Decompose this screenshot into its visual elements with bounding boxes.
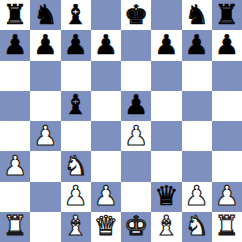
piece-white-pawn[interactable]: ♟ <box>124 122 148 149</box>
square-d2[interactable]: ♟ <box>91 182 121 212</box>
square-e1[interactable]: ♚ <box>121 212 151 242</box>
square-h3[interactable] <box>212 151 242 181</box>
piece-white-pawn[interactable]: ♟ <box>185 182 209 209</box>
piece-black-pawn[interactable]: ♟ <box>64 31 88 58</box>
square-c8[interactable]: ♝ <box>61 0 91 30</box>
square-a1[interactable]: ♜ <box>0 212 30 242</box>
square-b1[interactable] <box>30 212 60 242</box>
square-e4[interactable]: ♟ <box>121 121 151 151</box>
piece-white-bishop[interactable]: ♝ <box>64 212 88 239</box>
piece-white-king[interactable]: ♚ <box>124 212 148 239</box>
square-f1[interactable]: ♝ <box>151 212 181 242</box>
square-a2[interactable] <box>0 182 30 212</box>
square-b2[interactable] <box>30 182 60 212</box>
square-c5[interactable]: ♝ <box>61 91 91 121</box>
piece-black-king[interactable]: ♚ <box>124 1 148 28</box>
piece-white-rook[interactable]: ♜ <box>215 212 239 239</box>
square-a4[interactable] <box>0 121 30 151</box>
square-f4[interactable] <box>151 121 181 151</box>
square-e3[interactable] <box>121 151 151 181</box>
square-e5[interactable]: ♟ <box>121 91 151 121</box>
square-c7[interactable]: ♟ <box>61 30 91 60</box>
square-d7[interactable]: ♟ <box>91 30 121 60</box>
piece-white-knight[interactable]: ♞ <box>185 212 209 239</box>
square-a8[interactable]: ♜ <box>0 0 30 30</box>
piece-black-pawn[interactable]: ♟ <box>215 31 239 58</box>
square-b4[interactable]: ♟ <box>30 121 60 151</box>
piece-black-pawn[interactable]: ♟ <box>124 91 148 118</box>
square-f7[interactable]: ♟ <box>151 30 181 60</box>
square-h5[interactable] <box>212 91 242 121</box>
square-g7[interactable]: ♟ <box>182 30 212 60</box>
square-h2[interactable]: ♟ <box>212 182 242 212</box>
square-c1[interactable]: ♝ <box>61 212 91 242</box>
square-h6[interactable] <box>212 61 242 91</box>
piece-white-pawn[interactable]: ♟ <box>215 182 239 209</box>
square-g6[interactable] <box>182 61 212 91</box>
square-a7[interactable]: ♟ <box>0 30 30 60</box>
piece-black-rook[interactable]: ♜ <box>3 1 27 28</box>
piece-black-rook[interactable]: ♜ <box>215 1 239 28</box>
square-f5[interactable] <box>151 91 181 121</box>
square-h8[interactable]: ♜ <box>212 0 242 30</box>
piece-white-queen[interactable]: ♛ <box>94 212 118 239</box>
square-c3[interactable]: ♞ <box>61 151 91 181</box>
piece-white-pawn[interactable]: ♟ <box>3 152 27 179</box>
square-g4[interactable] <box>182 121 212 151</box>
square-d3[interactable] <box>91 151 121 181</box>
piece-white-pawn[interactable]: ♟ <box>64 182 88 209</box>
square-h1[interactable]: ♜ <box>212 212 242 242</box>
square-c2[interactable]: ♟ <box>61 182 91 212</box>
square-e8[interactable]: ♚ <box>121 0 151 30</box>
square-c6[interactable] <box>61 61 91 91</box>
square-d6[interactable] <box>91 61 121 91</box>
square-b6[interactable] <box>30 61 60 91</box>
square-g5[interactable] <box>182 91 212 121</box>
piece-white-rook[interactable]: ♜ <box>3 212 27 239</box>
square-d1[interactable]: ♛ <box>91 212 121 242</box>
chess-board: ♜♞♝♚♞♜♟♟♟♟♟♟♟♝♟♟♟♟♞♟♟♛♟♟♜♝♛♚♝♞♜ <box>0 0 242 242</box>
square-e7[interactable] <box>121 30 151 60</box>
square-b8[interactable]: ♞ <box>30 0 60 30</box>
square-g3[interactable] <box>182 151 212 181</box>
square-e2[interactable] <box>121 182 151 212</box>
piece-white-knight[interactable]: ♞ <box>64 152 88 179</box>
piece-white-pawn[interactable]: ♟ <box>33 122 57 149</box>
square-a6[interactable] <box>0 61 30 91</box>
square-g2[interactable]: ♟ <box>182 182 212 212</box>
square-g8[interactable]: ♞ <box>182 0 212 30</box>
piece-white-bishop[interactable]: ♝ <box>154 212 178 239</box>
piece-white-pawn[interactable]: ♟ <box>94 182 118 209</box>
square-f6[interactable] <box>151 61 181 91</box>
square-b7[interactable]: ♟ <box>30 30 60 60</box>
square-c4[interactable] <box>61 121 91 151</box>
piece-black-knight[interactable]: ♞ <box>33 1 57 28</box>
square-d8[interactable] <box>91 0 121 30</box>
square-f2[interactable]: ♛ <box>151 182 181 212</box>
square-a5[interactable] <box>0 91 30 121</box>
piece-black-pawn[interactable]: ♟ <box>154 31 178 58</box>
square-f8[interactable] <box>151 0 181 30</box>
piece-black-bishop[interactable]: ♝ <box>64 91 88 118</box>
piece-black-bishop[interactable]: ♝ <box>64 1 88 28</box>
square-h7[interactable]: ♟ <box>212 30 242 60</box>
square-h4[interactable] <box>212 121 242 151</box>
square-e6[interactable] <box>121 61 151 91</box>
piece-black-pawn[interactable]: ♟ <box>185 31 209 58</box>
piece-black-pawn[interactable]: ♟ <box>3 31 27 58</box>
square-b3[interactable] <box>30 151 60 181</box>
square-a3[interactable]: ♟ <box>0 151 30 181</box>
piece-black-pawn[interactable]: ♟ <box>33 31 57 58</box>
square-g1[interactable]: ♞ <box>182 212 212 242</box>
square-b5[interactable] <box>30 91 60 121</box>
piece-black-queen[interactable]: ♛ <box>154 182 178 209</box>
square-d5[interactable] <box>91 91 121 121</box>
square-d4[interactable] <box>91 121 121 151</box>
piece-black-pawn[interactable]: ♟ <box>94 31 118 58</box>
piece-black-knight[interactable]: ♞ <box>185 1 209 28</box>
square-f3[interactable] <box>151 151 181 181</box>
